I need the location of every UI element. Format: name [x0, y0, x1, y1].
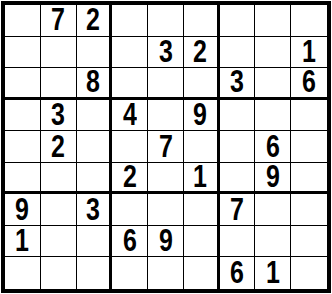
- cell-digit: 2: [193, 37, 207, 69]
- cell-digit: 3: [230, 68, 244, 99]
- cell-r3c9: 6: [291, 68, 327, 100]
- cell-digit: 9: [159, 226, 173, 258]
- cell-r9c8: 1: [255, 257, 291, 289]
- cell-r9c4[interactable]: [112, 257, 148, 289]
- cell-r8c1: 1: [5, 226, 41, 258]
- cell-r9c7: 6: [220, 257, 256, 289]
- cell-r1c7[interactable]: [220, 5, 256, 37]
- cell-r1c3: 2: [77, 5, 113, 37]
- cell-r2c3[interactable]: [77, 37, 113, 69]
- cell-r1c5[interactable]: [148, 5, 184, 37]
- cell-r6c4: 2: [112, 163, 148, 195]
- cell-r7c4[interactable]: [112, 194, 148, 226]
- cell-r3c8[interactable]: [255, 68, 291, 100]
- cell-r8c2[interactable]: [41, 226, 77, 258]
- cell-digit: 2: [123, 163, 137, 194]
- cell-r3c7: 3: [220, 68, 256, 100]
- cell-r9c2[interactable]: [41, 257, 77, 289]
- page: 7232183634927621993716961: [0, 0, 332, 294]
- cell-r2c4[interactable]: [112, 37, 148, 69]
- cell-r1c6[interactable]: [184, 5, 220, 37]
- cell-r6c9[interactable]: [291, 163, 327, 195]
- cell-r6c3[interactable]: [77, 163, 113, 195]
- cell-r8c9[interactable]: [291, 226, 327, 258]
- cell-r3c3: 8: [77, 68, 113, 100]
- cell-r6c8: 9: [255, 163, 291, 195]
- cell-r7c3: 3: [77, 194, 113, 226]
- cell-r1c4[interactable]: [112, 5, 148, 37]
- cell-digit: 6: [123, 226, 137, 258]
- cell-digit: 2: [51, 131, 65, 163]
- cell-r1c2: 7: [41, 5, 77, 37]
- cell-digit: 1: [266, 257, 280, 289]
- cell-r2c8[interactable]: [255, 37, 291, 69]
- cell-r3c6[interactable]: [184, 68, 220, 100]
- cell-r4c8[interactable]: [255, 100, 291, 132]
- cell-digit: 6: [302, 68, 316, 99]
- cell-r4c6: 9: [184, 100, 220, 132]
- cell-r9c3[interactable]: [77, 257, 113, 289]
- cell-r7c1: 9: [5, 194, 41, 226]
- cell-r2c1[interactable]: [5, 37, 41, 69]
- cell-r4c4: 4: [112, 100, 148, 132]
- cell-r3c1[interactable]: [5, 68, 41, 100]
- cell-r3c5[interactable]: [148, 68, 184, 100]
- cell-r6c7[interactable]: [220, 163, 256, 195]
- cell-r7c8[interactable]: [255, 194, 291, 226]
- sudoku-board: 7232183634927621993716961: [1, 1, 331, 293]
- cell-r4c9[interactable]: [291, 100, 327, 132]
- cell-r8c3[interactable]: [77, 226, 113, 258]
- cell-digit: 6: [230, 257, 244, 289]
- cell-r2c5: 3: [148, 37, 184, 69]
- cell-r7c9[interactable]: [291, 194, 327, 226]
- cell-r6c2[interactable]: [41, 163, 77, 195]
- cell-digit: 9: [266, 163, 280, 194]
- cell-digit: 7: [159, 131, 173, 163]
- cell-r2c9: 1: [291, 37, 327, 69]
- cell-digit: 3: [86, 194, 100, 226]
- cell-r9c1[interactable]: [5, 257, 41, 289]
- cell-r8c7[interactable]: [220, 226, 256, 258]
- cell-digit: 1: [193, 163, 207, 194]
- cell-r5c9[interactable]: [291, 131, 327, 163]
- cell-r5c8: 6: [255, 131, 291, 163]
- cell-r5c7[interactable]: [220, 131, 256, 163]
- cell-r5c3[interactable]: [77, 131, 113, 163]
- cell-r4c3[interactable]: [77, 100, 113, 132]
- cell-r4c2: 3: [41, 100, 77, 132]
- cell-digit: 1: [302, 37, 316, 69]
- cell-r3c4[interactable]: [112, 68, 148, 100]
- cell-r1c1[interactable]: [5, 5, 41, 37]
- cell-r7c7: 7: [220, 194, 256, 226]
- cell-r3c2[interactable]: [41, 68, 77, 100]
- cell-r2c2[interactable]: [41, 37, 77, 69]
- cell-r6c6: 1: [184, 163, 220, 195]
- cell-digit: 9: [193, 100, 207, 132]
- cell-r4c7[interactable]: [220, 100, 256, 132]
- cell-r5c1[interactable]: [5, 131, 41, 163]
- cell-r7c2[interactable]: [41, 194, 77, 226]
- cell-r9c5[interactable]: [148, 257, 184, 289]
- cell-r8c4: 6: [112, 226, 148, 258]
- cell-r1c8[interactable]: [255, 5, 291, 37]
- cell-digit: 7: [230, 194, 244, 226]
- cell-r6c5[interactable]: [148, 163, 184, 195]
- cell-digit: 6: [266, 131, 280, 163]
- cell-r4c5[interactable]: [148, 100, 184, 132]
- cell-r5c5: 7: [148, 131, 184, 163]
- cell-r7c6[interactable]: [184, 194, 220, 226]
- cell-r9c9[interactable]: [291, 257, 327, 289]
- cell-r4c1[interactable]: [5, 100, 41, 132]
- cell-r5c2: 2: [41, 131, 77, 163]
- cell-digit: 3: [159, 37, 173, 69]
- cell-r2c6: 2: [184, 37, 220, 69]
- cell-digit: 4: [123, 100, 137, 132]
- cell-r2c7[interactable]: [220, 37, 256, 69]
- cell-r5c4[interactable]: [112, 131, 148, 163]
- cell-r8c8[interactable]: [255, 226, 291, 258]
- cell-digit: 3: [51, 100, 65, 132]
- cell-digit: 2: [86, 5, 100, 37]
- cell-digit: 7: [51, 5, 65, 37]
- cell-r1c9[interactable]: [291, 5, 327, 37]
- cell-r9c6[interactable]: [184, 257, 220, 289]
- cell-r8c5: 9: [148, 226, 184, 258]
- cell-r8c6[interactable]: [184, 226, 220, 258]
- cell-digit: 1: [15, 226, 29, 258]
- cell-r7c5[interactable]: [148, 194, 184, 226]
- cell-digit: 8: [86, 68, 100, 99]
- cell-r6c1[interactable]: [5, 163, 41, 195]
- cell-r5c6[interactable]: [184, 131, 220, 163]
- cell-digit: 9: [15, 194, 29, 226]
